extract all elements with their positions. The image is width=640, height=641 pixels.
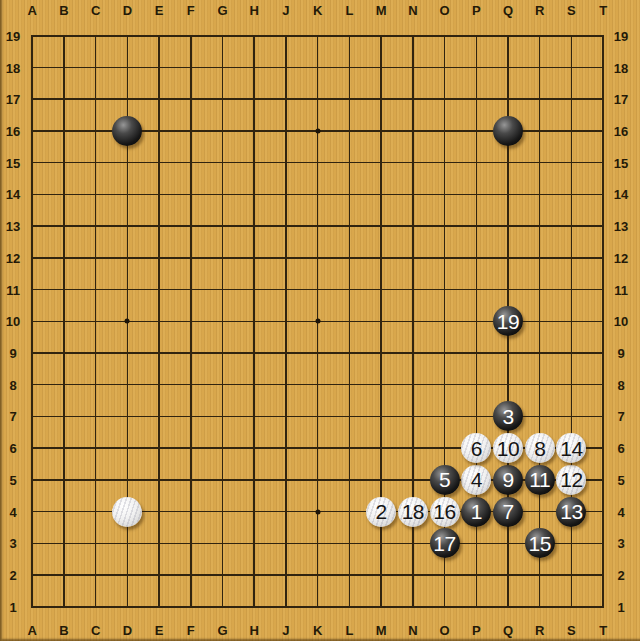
column-label-bottom: K [313,623,322,638]
column-label-bottom: D [123,623,132,638]
stone-white-R6[interactable]: 8 [525,433,555,463]
stone-black-O3[interactable]: 17 [430,528,460,558]
row-label-left: 14 [6,187,20,202]
stone-black-R3[interactable]: 15 [525,528,555,558]
column-label-top: H [250,3,259,18]
row-label-right: 18 [614,60,628,75]
column-label-bottom: T [599,623,607,638]
column-label-bottom: B [59,623,68,638]
row-label-right: 3 [617,536,624,551]
column-label-top: F [187,3,195,18]
row-label-left: 1 [9,599,16,614]
column-label-bottom: C [91,623,100,638]
column-label-bottom: S [567,623,576,638]
column-label-bottom: P [472,623,481,638]
column-label-top: B [59,3,68,18]
row-label-right: 9 [617,346,624,361]
grid-line-vertical [539,35,541,607]
move-number: 13 [560,501,582,522]
row-label-right: 15 [614,155,628,170]
stone-white-P5[interactable]: 4 [461,465,491,495]
column-label-top: O [439,3,449,18]
row-label-right: 1 [617,599,624,614]
column-label-top: G [217,3,227,18]
row-label-left: 12 [6,250,20,265]
column-label-top: A [27,3,36,18]
stone-black-Q10[interactable]: 19 [493,306,523,336]
grid-line-horizontal [31,543,603,545]
row-label-right: 10 [614,314,628,329]
stone-black-Q16[interactable] [493,116,523,146]
stone-white-P6[interactable]: 6 [461,433,491,463]
row-label-left: 3 [9,536,16,551]
column-label-top: C [91,3,100,18]
row-label-left: 5 [9,472,16,487]
star-point [125,319,130,324]
move-number: 3 [502,406,513,427]
row-label-left: 11 [6,282,20,297]
row-label-left: 8 [9,377,16,392]
stone-white-S6[interactable]: 14 [556,433,586,463]
column-label-top: D [123,3,132,18]
row-label-right: 6 [617,441,624,456]
column-label-bottom: J [282,623,289,638]
star-point [315,319,320,324]
column-label-top: N [408,3,417,18]
move-number: 16 [433,501,455,522]
row-label-left: 6 [9,441,16,456]
stone-black-Q4[interactable]: 7 [493,497,523,527]
move-number: 5 [439,469,450,490]
row-label-right: 16 [614,123,628,138]
move-number: 15 [529,533,551,554]
move-number: 10 [497,438,519,459]
column-label-top: R [535,3,544,18]
grid-line-horizontal [31,384,603,386]
column-label-top: K [313,3,322,18]
row-label-right: 17 [614,92,628,107]
column-label-bottom: A [27,623,36,638]
move-number: 1 [471,501,482,522]
row-label-left: 2 [9,568,16,583]
stone-white-M4[interactable]: 2 [366,497,396,527]
stone-black-D16[interactable] [112,116,142,146]
move-number: 14 [560,438,582,459]
column-label-top: L [345,3,353,18]
row-label-right: 12 [614,250,628,265]
row-label-right: 11 [614,282,628,297]
move-number: 17 [433,533,455,554]
stone-black-S4[interactable]: 13 [556,497,586,527]
move-number: 4 [471,469,482,490]
row-label-left: 4 [9,504,16,519]
column-label-top: S [567,3,576,18]
column-label-bottom: M [376,623,387,638]
move-number: 8 [534,438,545,459]
row-label-left: 7 [9,409,16,424]
stone-black-P4[interactable]: 1 [461,497,491,527]
grid-line-horizontal [31,574,603,576]
column-label-bottom: O [439,623,449,638]
row-label-left: 9 [9,346,16,361]
move-number: 11 [529,469,550,490]
move-number: 2 [376,501,387,522]
stone-black-O5[interactable]: 5 [430,465,460,495]
grid-line-horizontal [31,352,603,354]
row-label-right: 4 [617,504,624,519]
column-label-bottom: H [250,623,259,638]
stone-black-Q7[interactable]: 3 [493,401,523,431]
stone-white-D4[interactable] [112,497,142,527]
row-label-right: 2 [617,568,624,583]
column-label-bottom: L [345,623,353,638]
row-label-left: 18 [6,60,20,75]
move-number: 12 [560,469,582,490]
star-point [315,509,320,514]
column-label-top: P [472,3,481,18]
row-label-right: 5 [617,472,624,487]
column-label-bottom: E [155,623,164,638]
column-label-top: Q [503,3,513,18]
stone-white-O4[interactable]: 16 [430,497,460,527]
row-label-left: 15 [6,155,20,170]
grid-line-vertical [602,35,604,607]
column-label-bottom: G [217,623,227,638]
grid-line-vertical [349,35,351,607]
row-label-left: 19 [6,28,20,43]
move-number: 18 [402,501,424,522]
column-label-bottom: Q [503,623,513,638]
grid-line-horizontal [31,606,603,608]
star-point [315,128,320,133]
column-label-top: E [155,3,164,18]
row-label-right: 13 [614,219,628,234]
row-label-right: 14 [614,187,628,202]
stone-white-S5[interactable]: 12 [556,465,586,495]
column-label-bottom: F [187,623,195,638]
column-label-top: M [376,3,387,18]
row-label-right: 7 [617,409,624,424]
stone-black-R5[interactable]: 11 [525,465,555,495]
go-board[interactable]: AABBCCDDEEFFGGHHJJKKLLMMNNOOPPQQRRSSTT19… [0,0,640,641]
stone-black-Q5[interactable]: 9 [493,465,523,495]
stone-white-N4[interactable]: 18 [398,497,428,527]
stone-white-Q6[interactable]: 10 [493,433,523,463]
row-label-right: 19 [614,28,628,43]
row-label-left: 17 [6,92,20,107]
column-label-bottom: R [535,623,544,638]
column-label-bottom: N [408,623,417,638]
move-number: 19 [497,311,519,332]
row-label-right: 8 [617,377,624,392]
column-label-top: T [599,3,607,18]
move-number: 9 [502,469,513,490]
row-label-left: 16 [6,123,20,138]
row-label-left: 10 [6,314,20,329]
column-label-top: J [282,3,289,18]
row-label-left: 13 [6,219,20,234]
move-number: 6 [471,438,482,459]
move-number: 7 [502,501,513,522]
